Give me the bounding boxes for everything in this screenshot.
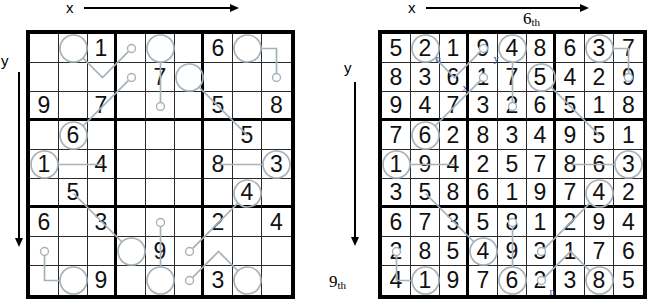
puzzle-cell-r7c1[interactable]: 6 — [30, 208, 59, 237]
solution-cell-r2c9[interactable]: 9 — [614, 63, 643, 92]
puzzle-cell-r9c2[interactable] — [59, 266, 88, 295]
puzzle-cell-r1c4[interactable] — [117, 34, 146, 63]
solution-cell-r8c4[interactable]: 4 — [469, 237, 498, 266]
puzzle-cell-r3c1[interactable]: 9 — [30, 92, 59, 121]
solution-cell-r1c8[interactable]: 3 — [585, 34, 614, 63]
solution-cell-r4c6[interactable]: 4 — [527, 121, 556, 150]
puzzle-cell-r5c5[interactable] — [146, 150, 175, 179]
puzzle-cell-r3c8[interactable] — [233, 92, 262, 121]
solution-cell-r5c6[interactable]: 7 — [527, 150, 556, 179]
solution-cell-r3c8[interactable]: 1 — [585, 92, 614, 121]
solution-cell-r1c1[interactable]: 5 — [382, 34, 411, 63]
puzzle-cell-r2c9[interactable] — [262, 63, 291, 92]
x-axis-label-right: x — [408, 0, 416, 16]
solution-cell-r3c2[interactable]: 4 — [411, 92, 440, 121]
row-9-label: 9th — [329, 272, 346, 292]
solution-cell-r7c8[interactable]: 9 — [585, 208, 614, 237]
puzzle-cell-r2c2[interactable] — [59, 63, 88, 92]
puzzle-cell-r4c9[interactable] — [262, 121, 291, 150]
puzzle-cell-r9c9[interactable] — [262, 266, 291, 295]
solution-cell-r5c1[interactable]: 1 — [382, 150, 411, 179]
solution-cell-r1c9[interactable]: 7 — [614, 34, 643, 63]
puzzle-cell-r7c9[interactable]: 4 — [262, 208, 291, 237]
solution-cell-r2c1[interactable]: 8 — [382, 63, 411, 92]
solution-cell-r4c7[interactable]: 9 — [556, 121, 585, 150]
puzzle-cell-r4c2[interactable]: 6 — [59, 121, 88, 150]
puzzle-cell-r7c8[interactable] — [233, 208, 262, 237]
puzzle-cell-r5c2[interactable] — [59, 150, 88, 179]
solution-cell-r5c5[interactable]: 5 — [498, 150, 527, 179]
puzzle-cell-r2c3[interactable] — [88, 63, 117, 92]
puzzle-cell-r5c1[interactable]: 1 — [30, 150, 59, 179]
solution-cell-r6c5[interactable]: 1 — [498, 179, 527, 208]
puzzle-cell-r9c4[interactable] — [117, 266, 146, 295]
puzzle-cell-r2c1[interactable] — [30, 63, 59, 92]
puzzle-cell-r8c2[interactable] — [59, 237, 88, 266]
solution-cell-r9c1[interactable]: 4 — [382, 266, 411, 295]
puzzle-cell-r1c9[interactable] — [262, 34, 291, 63]
puzzle-cell-r9c8[interactable] — [233, 266, 262, 295]
puzzle-cell-r5c4[interactable] — [117, 150, 146, 179]
puzzle-cell-r8c4[interactable] — [117, 237, 146, 266]
solution-cell-r7c7[interactable]: 2 — [556, 208, 585, 237]
solution-cell-r8c6[interactable]: 3 — [527, 237, 556, 266]
solution-cell-r9c5[interactable]: 6 — [498, 266, 527, 295]
puzzle-cell-r2c6[interactable] — [175, 63, 204, 92]
solution-cell-r1c5[interactable]: 4 — [498, 34, 527, 63]
solution-cell-r7c4[interactable]: 5 — [469, 208, 498, 237]
solution-cell-r8c2[interactable]: 8 — [411, 237, 440, 266]
solution-cell-r2c3[interactable]: 6x — [440, 63, 469, 92]
solution-cell-r6c8[interactable]: 4 — [585, 179, 614, 208]
puzzle-cell-r7c6[interactable] — [175, 208, 204, 237]
solution-cell-r2c5[interactable]: 7 — [498, 63, 527, 92]
puzzle-cell-r8c1[interactable] — [30, 237, 59, 266]
solution-cell-r3c9[interactable]: 8 — [614, 92, 643, 121]
puzzle-cell-r4c8[interactable]: 5 — [233, 121, 262, 150]
solution-cell-r4c9[interactable]: 1 — [614, 121, 643, 150]
solution-cell-r6c3[interactable]: 8 — [440, 179, 469, 208]
solution-cell-r5c7[interactable]: 8 — [556, 150, 585, 179]
puzzle-cell-r1c3[interactable]: 1 — [88, 34, 117, 63]
solution-cell-r4c8[interactable]: 5 — [585, 121, 614, 150]
solution-cell-r3c7[interactable]: 5 — [556, 92, 585, 121]
solution-cell-r4c1[interactable]: 7 — [382, 121, 411, 150]
puzzle-cell-r7c5[interactable] — [146, 208, 175, 237]
puzzle-cell-r3c7[interactable]: 5 — [204, 92, 233, 121]
puzzle-cell-r1c2[interactable] — [59, 34, 88, 63]
solution-cell-r1c7[interactable]: 6 — [556, 34, 585, 63]
solution-cell-r5c8[interactable]: 6 — [585, 150, 614, 179]
puzzle-cell-r5c6[interactable] — [175, 150, 204, 179]
x-axis-label-left: x — [66, 0, 74, 16]
puzzle-cell-r4c6[interactable] — [175, 121, 204, 150]
puzzle-cell-r8c9[interactable] — [262, 237, 291, 266]
solution-cell-r7c1[interactable]: 6 — [382, 208, 411, 237]
puzzle-cell-r6c4[interactable] — [117, 179, 146, 208]
puzzle-cell-r5c8[interactable] — [233, 150, 262, 179]
solution-cell-r9c3[interactable]: 9 — [440, 266, 469, 295]
puzzle-cell-r6c7[interactable] — [204, 179, 233, 208]
puzzle-cell-r4c3[interactable] — [88, 121, 117, 150]
solution-cell-r3c6[interactable]: 6 — [527, 92, 556, 121]
x-axis-arrow-left — [84, 4, 239, 12]
solution-cell-r2c8[interactable]: 2 — [585, 63, 614, 92]
puzzle-cell-r6c8[interactable]: 4 — [233, 179, 262, 208]
y-axis-arrow-left — [15, 72, 23, 247]
puzzle-cell-r6c3[interactable] — [88, 179, 117, 208]
puzzle-cell-r1c6[interactable] — [175, 34, 204, 63]
solution-cell-r6c4[interactable]: 6 — [469, 179, 498, 208]
y-axis-label-right: y — [344, 59, 352, 76]
solution-cell-r4c2[interactable]: 6 — [411, 121, 440, 150]
solution-cell-r8c5[interactable]: 9 — [498, 237, 527, 266]
y-axis-label-left: y — [1, 52, 9, 69]
puzzle-cell-r9c7[interactable]: 3 — [204, 266, 233, 295]
puzzle-cell-r5c9[interactable]: 3 — [262, 150, 291, 179]
solution-cell-r3c1[interactable]: 9 — [382, 92, 411, 121]
solution-cell-r4c3[interactable]: 2 — [440, 121, 469, 150]
sudoku-figure: x y x y 6th 9th 1679758651483546324993 5… — [0, 0, 652, 307]
solution-cell-r6c9[interactable]: 2 — [614, 179, 643, 208]
solution-cell-r2c2[interactable]: 3 — [411, 63, 440, 92]
puzzle-cell-r8c8[interactable] — [233, 237, 262, 266]
puzzle-cell-r3c2[interactable] — [59, 92, 88, 121]
cell-subscript-n: n — [436, 53, 442, 64]
puzzle-cell-r4c1[interactable] — [30, 121, 59, 150]
puzzle-cell-r2c8[interactable] — [233, 63, 262, 92]
solution-cell-r7c2[interactable]: 7 — [411, 208, 440, 237]
solution-cell-r9c7[interactable]: 3 — [556, 266, 585, 295]
puzzle-board: 1679758651483546324993 — [26, 30, 295, 299]
puzzle-cell-r1c5[interactable] — [146, 34, 175, 63]
solution-cell-r7c6[interactable]: 1 — [527, 208, 556, 237]
puzzle-cell-r2c7[interactable] — [204, 63, 233, 92]
cell-subscript-n: n — [550, 286, 556, 297]
solution-cell-r1c4[interactable]: 9y — [469, 34, 498, 63]
solution-cell-r2c4[interactable]: 1 — [469, 63, 498, 92]
solution-cell-r3c4[interactable]: 3 — [469, 92, 498, 121]
solution-cell-r8c9[interactable]: 6 — [614, 237, 643, 266]
solution-cell-r8c1[interactable]: 2 — [382, 237, 411, 266]
solution-cell-r9c9[interactable]: 5 — [614, 266, 643, 295]
puzzle-cell-r6c1[interactable] — [30, 179, 59, 208]
solution-cell-r6c7[interactable]: 7 — [556, 179, 585, 208]
solution-cell-r6c6[interactable]: 9 — [527, 179, 556, 208]
solution-cell-r7c9[interactable]: 4 — [614, 208, 643, 237]
puzzle-cell-r7c3[interactable]: 3 — [88, 208, 117, 237]
puzzle-cell-r3c3[interactable]: 7 — [88, 92, 117, 121]
puzzle-cell-r6c6[interactable] — [175, 179, 204, 208]
solution-cell-r2c7[interactable]: 4 — [556, 63, 585, 92]
puzzle-cell-r4c7[interactable] — [204, 121, 233, 150]
solution-cell-r9c8[interactable]: 8 — [585, 266, 614, 295]
puzzle-cell-r7c2[interactable] — [59, 208, 88, 237]
puzzle-cell-r5c3[interactable]: 4 — [88, 150, 117, 179]
solution-cell-r3c5[interactable]: 2 — [498, 92, 527, 121]
solution-cell-r7c3[interactable]: 3 — [440, 208, 469, 237]
solution-board: 52n19y48637836x1754299473265187628349511… — [378, 30, 647, 299]
puzzle-cell-r4c4[interactable] — [117, 121, 146, 150]
y-axis-arrow-right — [351, 82, 359, 246]
solution-cell-r5c9[interactable]: 3 — [614, 150, 643, 179]
column-6-label: 6th — [523, 9, 540, 29]
solution-cell-r9c6[interactable]: 2n — [527, 266, 556, 295]
puzzle-cell-r9c6[interactable] — [175, 266, 204, 295]
puzzle-cell-r8c5[interactable]: 9 — [146, 237, 175, 266]
puzzle-cell-r1c1[interactable] — [30, 34, 59, 63]
solution-cell-r1c6[interactable]: 8 — [527, 34, 556, 63]
puzzle-cell-r3c6[interactable] — [175, 92, 204, 121]
puzzle-cell-r9c3[interactable]: 9 — [88, 266, 117, 295]
solution-cell-r6c1[interactable]: 3 — [382, 179, 411, 208]
x-axis-arrow-right — [426, 4, 589, 12]
puzzle-cell-r9c5[interactable] — [146, 266, 175, 295]
solution-cell-r9c2[interactable]: 1 — [411, 266, 440, 295]
cell-subscript-x: x — [463, 82, 469, 93]
puzzle-cell-r3c4[interactable] — [117, 92, 146, 121]
solution-cell-r5c3[interactable]: 4 — [440, 150, 469, 179]
solution-cell-r4c5[interactable]: 3 — [498, 121, 527, 150]
solution-cell-r1c3[interactable]: 1 — [440, 34, 469, 63]
puzzle-cell-r6c9[interactable] — [262, 179, 291, 208]
cell-subscript-y: y — [494, 53, 500, 64]
solution-cell-r3c3[interactable]: 7 — [440, 92, 469, 121]
puzzle-cell-r3c9[interactable]: 8 — [262, 92, 291, 121]
puzzle-cell-r3c5[interactable] — [146, 92, 175, 121]
puzzle-cell-r6c5[interactable] — [146, 179, 175, 208]
puzzle-cell-r1c8[interactable] — [233, 34, 262, 63]
solution-cell-r8c7[interactable]: 1 — [556, 237, 585, 266]
puzzle-cell-r2c4[interactable] — [117, 63, 146, 92]
solution-cell-r8c3[interactable]: 5 — [440, 237, 469, 266]
puzzle-cell-r6c2[interactable]: 5 — [59, 179, 88, 208]
solution-cell-r6c2[interactable]: 5 — [411, 179, 440, 208]
puzzle-cell-r1c7[interactable]: 6 — [204, 34, 233, 63]
solution-cell-r5c4[interactable]: 2 — [469, 150, 498, 179]
solution-cell-r8c8[interactable]: 7 — [585, 237, 614, 266]
puzzle-cell-r9c1[interactable] — [30, 266, 59, 295]
solution-cell-r4c4[interactable]: 8 — [469, 121, 498, 150]
solution-cell-r1c2[interactable]: 2n — [411, 34, 440, 63]
puzzle-cell-r8c6[interactable] — [175, 237, 204, 266]
puzzle-cell-r8c7[interactable] — [204, 237, 233, 266]
puzzle-cell-r4c5[interactable] — [146, 121, 175, 150]
puzzle-cell-r5c7[interactable]: 8 — [204, 150, 233, 179]
solution-cell-r7c5[interactable]: 8 — [498, 208, 527, 237]
puzzle-cell-r2c5[interactable]: 7 — [146, 63, 175, 92]
solution-cell-r9c4[interactable]: 7 — [469, 266, 498, 295]
puzzle-cell-r7c4[interactable] — [117, 208, 146, 237]
solution-cell-r2c6[interactable]: 5 — [527, 63, 556, 92]
solution-cell-r5c2[interactable]: 9 — [411, 150, 440, 179]
puzzle-cell-r8c3[interactable] — [88, 237, 117, 266]
puzzle-cell-r7c7[interactable]: 2 — [204, 208, 233, 237]
